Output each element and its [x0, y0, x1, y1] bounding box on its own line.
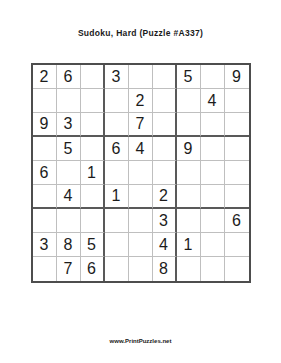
sudoku-cell-r8c4	[105, 233, 129, 257]
sudoku-cell-r6c1	[33, 185, 57, 209]
sudoku-cell-r4c5: 4	[129, 137, 153, 161]
sudoku-cell-r1c8	[201, 65, 225, 89]
sudoku-cell-r1c4: 3	[105, 65, 129, 89]
sudoku-cell-r2c2	[57, 89, 81, 113]
sudoku-cell-r6c7	[177, 185, 201, 209]
sudoku-cell-r2c4	[105, 89, 129, 113]
sudoku-cell-r3c9	[225, 113, 249, 137]
sudoku-cell-r5c6	[153, 161, 177, 185]
sudoku-cell-r9c4	[105, 257, 129, 281]
sudoku-cell-r7c4	[105, 209, 129, 233]
sudoku-cell-r1c5	[129, 65, 153, 89]
sudoku-cell-r4c1	[33, 137, 57, 161]
sudoku-cell-r9c7	[177, 257, 201, 281]
sudoku-cell-r8c1: 3	[33, 233, 57, 257]
sudoku-cell-r4c7: 9	[177, 137, 201, 161]
sudoku-cell-r7c5	[129, 209, 153, 233]
sudoku-cell-r2c3	[81, 89, 105, 113]
sudoku-cell-r6c4: 1	[105, 185, 129, 209]
sudoku-cell-r2c6	[153, 89, 177, 113]
sudoku-cell-r3c4	[105, 113, 129, 137]
sudoku-cell-r9c9	[225, 257, 249, 281]
sudoku-cell-r4c4: 6	[105, 137, 129, 161]
sudoku-cell-r6c8	[201, 185, 225, 209]
sudoku-cell-r7c6: 3	[153, 209, 177, 233]
sudoku-cell-r5c4	[105, 161, 129, 185]
sudoku-cell-r3c6	[153, 113, 177, 137]
sudoku-cell-r5c2	[57, 161, 81, 185]
sudoku-cell-r4c9	[225, 137, 249, 161]
sudoku-cell-r6c5	[129, 185, 153, 209]
sudoku-cell-r3c1: 9	[33, 113, 57, 137]
sudoku-cell-r8c2: 8	[57, 233, 81, 257]
sudoku-cell-r8c9	[225, 233, 249, 257]
sudoku-cell-r7c3	[81, 209, 105, 233]
sudoku-cell-r9c8	[201, 257, 225, 281]
sudoku-cell-r8c6: 4	[153, 233, 177, 257]
sudoku-cell-r2c8: 4	[201, 89, 225, 113]
sudoku-cell-r3c2: 3	[57, 113, 81, 137]
sudoku-cell-r1c1: 2	[33, 65, 57, 89]
sudoku-cell-r8c7: 1	[177, 233, 201, 257]
sudoku-cell-r9c2: 7	[57, 257, 81, 281]
sudoku-cell-r3c3	[81, 113, 105, 137]
sudoku-cell-r1c3	[81, 65, 105, 89]
sudoku-board: 26359249375649614123638541768	[31, 63, 251, 283]
sudoku-cell-r3c5: 7	[129, 113, 153, 137]
sudoku-cell-r5c5	[129, 161, 153, 185]
sudoku-cell-r2c5: 2	[129, 89, 153, 113]
sudoku-cell-r9c3: 6	[81, 257, 105, 281]
sudoku-cell-r1c2: 6	[57, 65, 81, 89]
sudoku-cell-r6c6: 2	[153, 185, 177, 209]
sudoku-cell-r4c6	[153, 137, 177, 161]
puzzle-page: Sudoku, Hard (Puzzle #A337) 263592493756…	[0, 0, 281, 363]
sudoku-cell-r7c7	[177, 209, 201, 233]
sudoku-cell-r4c8	[201, 137, 225, 161]
sudoku-cell-r1c7: 5	[177, 65, 201, 89]
sudoku-cell-r5c8	[201, 161, 225, 185]
sudoku-cell-r5c9	[225, 161, 249, 185]
footer-url: www.PrintPuzzles.net	[0, 338, 281, 344]
sudoku-cell-r8c3: 5	[81, 233, 105, 257]
sudoku-cell-r5c7	[177, 161, 201, 185]
sudoku-cell-r7c9: 6	[225, 209, 249, 233]
sudoku-cell-r3c8	[201, 113, 225, 137]
sudoku-cell-r7c2	[57, 209, 81, 233]
sudoku-cell-r4c2: 5	[57, 137, 81, 161]
sudoku-cell-r2c7	[177, 89, 201, 113]
sudoku-cell-r1c9: 9	[225, 65, 249, 89]
sudoku-cell-r4c3	[81, 137, 105, 161]
sudoku-cell-r3c7	[177, 113, 201, 137]
sudoku-cell-r1c6	[153, 65, 177, 89]
sudoku-cell-r9c6: 8	[153, 257, 177, 281]
sudoku-cell-r9c5	[129, 257, 153, 281]
sudoku-cell-r8c5	[129, 233, 153, 257]
sudoku-cell-r5c3: 1	[81, 161, 105, 185]
sudoku-cell-r9c1	[33, 257, 57, 281]
sudoku-cell-r7c1	[33, 209, 57, 233]
sudoku-cell-r7c8	[201, 209, 225, 233]
sudoku-cell-r8c8	[201, 233, 225, 257]
sudoku-cell-r6c2: 4	[57, 185, 81, 209]
puzzle-title: Sudoku, Hard (Puzzle #A337)	[0, 28, 281, 38]
sudoku-cell-r6c9	[225, 185, 249, 209]
sudoku-cell-r5c1: 6	[33, 161, 57, 185]
sudoku-cell-r2c1	[33, 89, 57, 113]
sudoku-cell-r6c3	[81, 185, 105, 209]
sudoku-cell-r2c9	[225, 89, 249, 113]
